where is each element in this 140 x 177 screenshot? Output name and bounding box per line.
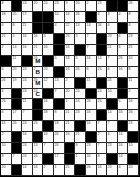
grid-cell-r11c3[interactable]: 7 — [22, 110, 33, 121]
cell-number: 16 — [1, 121, 5, 125]
grid-cell-r11c5[interactable]: 18 — [43, 110, 54, 121]
grid-cell-r11c7[interactable]: 21 — [65, 110, 76, 121]
grid-cell-r5c7[interactable]: 16 — [65, 45, 76, 56]
cell-number: 14 — [12, 45, 16, 49]
grid-cell-r5c3[interactable]: 16 — [22, 45, 33, 56]
cell-number: 22 — [65, 23, 69, 27]
grid-cell-r14c6[interactable]: 26 — [54, 143, 65, 154]
grid-cell-r2c7[interactable]: 14 — [65, 12, 76, 23]
cell-number: 24 — [97, 99, 101, 103]
cell-number: 11 — [12, 56, 16, 60]
cell-number: 8 — [1, 154, 3, 158]
grid-cell-r16c12[interactable]: 4 — [118, 165, 129, 176]
cell-number: 16 — [128, 99, 132, 103]
grid-cell-r7c12[interactable]: 16 — [118, 67, 129, 78]
cell-number: 7 — [54, 89, 56, 93]
cell-number: 6 — [1, 67, 3, 71]
cell-number: 24 — [22, 154, 26, 158]
grid-cell-r13c6[interactable]: 26 — [54, 132, 65, 143]
black-cell — [54, 99, 65, 110]
grid-cell-r1c13[interactable]: 26 — [128, 1, 139, 12]
cell-number: 7 — [12, 154, 14, 158]
cell-number: 6 — [1, 89, 3, 93]
grid-cell-r15c4[interactable]: 16 — [33, 154, 44, 165]
cell-number: 2 — [97, 132, 99, 136]
grid-cell-r11c12[interactable]: 16 — [118, 110, 129, 121]
cell-number: 5 — [75, 56, 77, 60]
cell-number: 2 — [65, 78, 67, 82]
cell-number: 24 — [75, 89, 79, 93]
black-cell — [128, 132, 139, 143]
cell-number: 1 — [54, 165, 56, 169]
black-cell — [75, 45, 86, 56]
grid-cell-r12c11[interactable]: 7 — [107, 121, 118, 132]
grid-cell-r16c4[interactable]: 16 — [33, 165, 44, 176]
grid-cell-r10c3[interactable]: 11 — [22, 99, 33, 110]
grid-cell-r14c5[interactable]: 7 — [43, 143, 54, 154]
cell-number: 23 — [65, 34, 69, 38]
cell-number: 1 — [65, 99, 67, 103]
cell-number: 16 — [97, 165, 101, 169]
grid-cell-r1c3[interactable]: 24 — [22, 1, 33, 12]
grid-cell-r9c4[interactable]: 24C — [33, 89, 44, 100]
black-cell — [65, 143, 76, 154]
black-cell — [118, 23, 129, 34]
grid-cell-r14c11[interactable]: 23 — [107, 143, 118, 154]
black-cell — [43, 121, 54, 132]
black-cell — [33, 23, 44, 34]
cell-number: 3 — [107, 12, 109, 16]
grid-cell-r9c13[interactable]: 2 — [128, 89, 139, 100]
cell-number: 16 — [22, 34, 26, 38]
grid-cell-r2c11[interactable]: 3 — [107, 12, 118, 23]
grid-cell-r2c2[interactable]: 25 — [12, 12, 23, 23]
grid-cell-r3c11[interactable]: 6 — [107, 23, 118, 34]
grid-cell-r13c10[interactable]: 2 — [97, 132, 108, 143]
grid-cell-r8c6[interactable]: 13 — [54, 78, 65, 89]
black-cell — [107, 1, 118, 12]
cell-number: 8 — [128, 67, 130, 71]
cell-number: 24 — [97, 67, 101, 71]
grid-cell-r6c13[interactable]: 10 — [128, 56, 139, 67]
grid-cell-r4c1[interactable]: 21 — [1, 34, 12, 45]
grid-cell-r8c11[interactable]: 24 — [107, 78, 118, 89]
grid-cell-r5c5[interactable]: 16 — [43, 45, 54, 56]
grid-cell-r15c1[interactable]: 8 — [1, 154, 12, 165]
cell-number: 4 — [107, 132, 109, 136]
cell-number: 26 — [54, 132, 58, 136]
cell-number: 16 — [65, 67, 69, 71]
grid-cell-r7c5[interactable]: 23 — [43, 67, 54, 78]
grid-cell-r14c8[interactable]: 8 — [75, 143, 86, 154]
grid-cell-r7c3[interactable]: 24 — [22, 67, 33, 78]
cell-number: 11 — [86, 78, 90, 82]
black-cell — [54, 67, 65, 78]
grid-cell-r16c11[interactable]: 23 — [107, 165, 118, 176]
cell-number: 21 — [65, 121, 69, 125]
cell-number: 18 — [65, 56, 69, 60]
grid-cell-r12c13[interactable]: 24 — [128, 121, 139, 132]
cell-number: 7 — [97, 143, 99, 147]
grid-cell-r6c2[interactable]: 11 — [12, 56, 23, 67]
cell-number: 21 — [33, 45, 37, 49]
grid-cell-r8c1[interactable]: 26 — [1, 78, 12, 89]
cell-number: 6 — [107, 23, 109, 27]
grid-cell-r13c3[interactable]: 16 — [22, 132, 33, 143]
cell-number: 7 — [22, 110, 24, 114]
black-cell — [12, 143, 23, 154]
grid-cell-r6c8[interactable]: 5 — [75, 56, 86, 67]
grid-cell-r8c4[interactable]: 26M — [33, 78, 44, 89]
cell-number: 4 — [97, 12, 99, 16]
grid-cell-r6c10[interactable]: 14 — [97, 56, 108, 67]
cell-number: 17 — [22, 12, 26, 16]
cell-number: 2 — [86, 1, 88, 5]
cell-letter: M — [35, 79, 41, 85]
cell-number: 14 — [86, 23, 90, 27]
grid-cell-r7c4[interactable]: 2B — [33, 67, 44, 78]
black-cell — [12, 1, 23, 12]
cell-number: 21 — [1, 34, 5, 38]
grid-cell-r13c1[interactable]: 2 — [1, 132, 12, 143]
grid-cell-r13c11[interactable]: 4 — [107, 132, 118, 143]
grid-cell-r7c1[interactable]: 6 — [1, 67, 12, 78]
black-cell — [75, 165, 86, 176]
grid-cell-r12c10[interactable]: 7 — [97, 121, 108, 132]
grid-cell-r11c11[interactable]: 14 — [107, 110, 118, 121]
cell-number: 23 — [97, 1, 101, 5]
cell-number: 20 — [86, 154, 90, 158]
grid-cell-r15c2[interactable]: 7 — [12, 154, 23, 165]
grid-cell-r4c12[interactable]: 6 — [118, 34, 129, 45]
grid-cell-r10c12[interactable]: 6 — [118, 99, 129, 110]
cell-number: 2 — [43, 165, 45, 169]
grid-cell-r9c7[interactable]: 20 — [65, 89, 76, 100]
black-cell — [43, 12, 54, 23]
grid-cell-r16c3[interactable]: 14 — [22, 165, 33, 176]
cell-number: 11 — [22, 23, 26, 27]
grid-cell-r1c5[interactable]: 24 — [43, 1, 54, 12]
grid-cell-r12c2[interactable]: 26 — [12, 121, 23, 132]
grid-cell-r7c7[interactable]: 16 — [65, 67, 76, 78]
grid-cell-r11c1[interactable]: 6 — [1, 110, 12, 121]
grid-cell-r11c8[interactable]: 23 — [75, 110, 86, 121]
cell-number: 10 — [128, 143, 132, 147]
grid-cell-r13c5[interactable]: 16 — [43, 132, 54, 143]
grid-cell-r9c1[interactable]: 6 — [1, 89, 12, 100]
cell-number: 16 — [86, 121, 90, 125]
grid-cell-r16c9[interactable]: 26 — [86, 165, 97, 176]
cell-number: 10 — [1, 143, 5, 147]
black-cell — [75, 78, 86, 89]
grid-cell-r5c11[interactable]: 21 — [107, 45, 118, 56]
cell-number: 10 — [128, 56, 132, 60]
grid-cell-r15c8[interactable]: 1 — [75, 154, 86, 165]
cell-number: 16 — [118, 143, 122, 147]
cell-number: 26 — [97, 23, 101, 27]
grid-cell-r4c5[interactable]: 3 — [43, 34, 54, 45]
grid-cell-r15c9[interactable]: 20 — [86, 154, 97, 165]
black-cell — [86, 12, 97, 23]
grid-cell-r4c9[interactable]: 7 — [86, 34, 97, 45]
cell-number: 8 — [12, 23, 14, 27]
grid-cell-r5c1[interactable]: 2 — [1, 45, 12, 56]
cell-number: 14 — [65, 12, 69, 16]
grid-cell-r12c9[interactable]: 16 — [86, 121, 97, 132]
cell-number: 20 — [1, 165, 5, 169]
black-cell — [54, 45, 65, 56]
grid-cell-r3c10[interactable]: 26 — [97, 23, 108, 34]
grid-cell-r3c13[interactable]: 6 — [128, 23, 139, 34]
cell-number: 6 — [118, 45, 120, 49]
grid-cell-r6c7[interactable]: 18 — [65, 56, 76, 67]
grid-cell-r3c8[interactable]: 13 — [75, 23, 86, 34]
grid-cell-r5c9[interactable]: 7 — [86, 45, 97, 56]
cell-number: 16 — [86, 110, 90, 114]
grid-cell-r9c6[interactable]: 7 — [54, 89, 65, 100]
grid-cell-r5c13[interactable]: 25 — [128, 45, 139, 56]
cell-number: 26 — [54, 143, 58, 147]
grid-cell-r4c8[interactable]: 5 — [75, 34, 86, 45]
cell-number: 26 — [75, 67, 79, 71]
grid-cell-r2c12[interactable]: 4 — [118, 12, 129, 23]
grid-cell-r3c9[interactable]: 14 — [86, 23, 97, 34]
grid-cell-r3c7[interactable]: 22 — [65, 23, 76, 34]
black-cell — [118, 1, 129, 12]
cell-number: 4 — [118, 165, 120, 169]
grid-cell-r4c7[interactable]: 23 — [65, 34, 76, 45]
grid-cell-r11c6[interactable]: 8 — [54, 110, 65, 121]
grid-cell-r11c9[interactable]: 16 — [86, 110, 97, 121]
grid-cell-r9c11[interactable]: 14 — [107, 89, 118, 100]
grid-cell-r8c5[interactable]: 12 — [43, 78, 54, 89]
grid-cell-r8c9[interactable]: 11 — [86, 78, 97, 89]
grid-cell-r14c12[interactable]: 16 — [118, 143, 129, 154]
grid-cell-r15c12[interactable]: 14 — [118, 154, 129, 165]
grid-cell-r2c13[interactable]: 8 — [128, 12, 139, 23]
grid-cell-r8c2[interactable]: 19 — [12, 78, 23, 89]
cell-number: 7 — [43, 143, 45, 147]
grid-cell-r3c6[interactable]: 4 — [54, 23, 65, 34]
grid-cell-r3c2[interactable]: 8 — [12, 23, 23, 34]
cell-number: 16 — [118, 110, 122, 114]
grid-cell-r12c1[interactable]: 16 — [1, 121, 12, 132]
cell-number: 26 — [33, 121, 37, 125]
grid-cell-r7c13[interactable]: 8 — [128, 67, 139, 78]
grid-cell-r7c9[interactable]: 6 — [86, 67, 97, 78]
grid-cell-r16c1[interactable]: 20 — [1, 165, 12, 176]
grid-cell-r1c1[interactable]: 8 — [1, 1, 12, 12]
grid-cell-r6c11[interactable]: 7 — [107, 56, 118, 67]
cell-number: 24 — [22, 1, 26, 5]
grid-cell-r8c13[interactable]: 11 — [128, 78, 139, 89]
grid-cell-r15c6[interactable]: 17 — [54, 154, 65, 165]
cell-number: 11 — [22, 99, 26, 103]
black-cell — [97, 34, 108, 45]
black-cell — [43, 56, 54, 67]
cell-number: 8 — [75, 143, 77, 147]
black-cell — [97, 78, 108, 89]
black-cell — [12, 89, 23, 100]
grid-cell-r13c12[interactable]: 14 — [118, 132, 129, 143]
grid-cell-r15c3[interactable]: 24 — [22, 154, 33, 165]
grid-cell-r10c10[interactable]: 24 — [97, 99, 108, 110]
cell-number: 26 — [1, 78, 5, 82]
cell-number: 1 — [75, 154, 77, 158]
cell-number: 23 — [43, 67, 47, 71]
black-cell — [128, 154, 139, 165]
grid-cell-r10c8[interactable]: 14 — [75, 99, 86, 110]
grid-cell-r7c10[interactable]: 24 — [97, 67, 108, 78]
cell-number: 8 — [128, 12, 130, 16]
grid-cell-r5c2[interactable]: 14 — [12, 45, 23, 56]
grid-cell-r16c10[interactable]: 16 — [97, 165, 108, 176]
grid-cell-r2c8[interactable]: 26 — [75, 12, 86, 23]
grid-cell-r4c13[interactable]: 23 — [128, 34, 139, 45]
cell-letter: C — [35, 90, 41, 96]
cell-number: 26 — [86, 165, 90, 169]
grid-cell-r10c9[interactable]: 26 — [86, 99, 97, 110]
black-cell — [33, 99, 44, 110]
black-cell — [33, 132, 44, 143]
cell-number: 4 — [107, 67, 109, 71]
cell-number: 7 — [86, 34, 88, 38]
grid-cell-r1c9[interactable]: 2 — [86, 1, 97, 12]
grid-cell-r16c6[interactable]: 1 — [54, 165, 65, 176]
grid-cell-r7c2[interactable]: 20 — [12, 67, 23, 78]
cell-number: 20 — [12, 67, 16, 71]
grid-cell-r9c8[interactable]: 24 — [75, 89, 86, 100]
grid-cell-r10c7[interactable]: 1 — [65, 99, 76, 110]
black-cell — [12, 99, 23, 110]
grid-cell-r14c3[interactable]: 24 — [22, 143, 33, 154]
grid-cell-r9c10[interactable]: 24 — [97, 89, 108, 100]
grid-cell-r14c4[interactable]: 13 — [33, 143, 44, 154]
black-cell — [1, 56, 12, 67]
cell-number: 20 — [33, 1, 37, 5]
cell-number: 16 — [118, 67, 122, 71]
grid-cell-r12c7[interactable]: 21 — [65, 121, 76, 132]
black-cell — [118, 89, 129, 100]
grid-cell-r6c9[interactable]: 16 — [86, 56, 97, 67]
cell-number: 19 — [12, 78, 16, 82]
grid-cell-r1c4[interactable]: 20 — [33, 1, 44, 12]
cell-number: 24 — [43, 1, 47, 5]
cell-number: 16 — [65, 132, 69, 136]
black-cell — [97, 45, 108, 56]
cell-number: 3 — [43, 34, 45, 38]
grid-cell-r12c3[interactable]: 24 — [22, 121, 33, 132]
grid-cell-r2c3[interactable]: 17 — [22, 12, 33, 23]
black-cell — [22, 56, 33, 67]
cell-number: 24 — [22, 143, 26, 147]
grid-cell-r10c1[interactable]: 26 — [1, 99, 12, 110]
grid-cell-r6c12[interactable]: 26 — [118, 56, 129, 67]
cell-number: 6 — [128, 23, 130, 27]
black-cell — [65, 154, 76, 165]
grid-cell-r6c4[interactable]: 26M — [33, 56, 44, 67]
grid-cell-r16c5[interactable]: 2 — [43, 165, 54, 176]
grid-cell-r10c5[interactable]: 16 — [43, 99, 54, 110]
grid-cell-r12c4[interactable]: 26 — [33, 121, 44, 132]
cell-number: 14 — [118, 154, 122, 158]
cell-number: 17 — [12, 110, 16, 114]
cell-number: 21 — [107, 45, 111, 49]
grid-cell-r2c1[interactable]: 18 — [1, 12, 12, 23]
grid-cell-r13c8[interactable]: 21 — [75, 132, 86, 143]
grid-cell-r14c1[interactable]: 10 — [1, 143, 12, 154]
cell-number: 18 — [54, 121, 58, 125]
grid-cell-r9c3[interactable]: 24 — [22, 89, 33, 100]
cell-number: 23 — [107, 143, 111, 147]
cell-number: 21 — [65, 165, 69, 169]
grid-cell-r4c3[interactable]: 16 — [22, 34, 33, 45]
grid-cell-r1c6[interactable]: 23 — [54, 1, 65, 12]
grid-cell-r3c3[interactable]: 11 — [22, 23, 33, 34]
cell-number: 24 — [22, 89, 26, 93]
codeword-board: 8242024239162232618251710142643486811422… — [0, 0, 140, 177]
grid-cell-r6c6[interactable]: 5 — [54, 56, 65, 67]
cell-number: 6 — [1, 23, 3, 27]
grid-cell-r8c7[interactable]: 2 — [65, 78, 76, 89]
cell-number: 16 — [43, 132, 47, 136]
grid-cell-r1c7[interactable]: 9 — [65, 1, 76, 12]
cell-number: 14 — [107, 89, 111, 93]
grid-cell-r15c10[interactable]: 8 — [97, 154, 108, 165]
cell-number: 16 — [86, 56, 90, 60]
grid-cell-r4c4[interactable]: 16 — [33, 34, 44, 45]
grid-cell-r7c11[interactable]: 4 — [107, 67, 118, 78]
cell-number: 23 — [128, 34, 132, 38]
cell-number: 25 — [128, 45, 132, 49]
cell-number: 18 — [1, 12, 5, 16]
grid-cell-r5c12[interactable]: 6 — [118, 45, 129, 56]
grid-cell-r14c10[interactable]: 7 — [97, 143, 108, 154]
cell-number: 6 — [118, 99, 120, 103]
black-cell — [43, 154, 54, 165]
black-cell — [12, 165, 23, 176]
cell-number: 14 — [97, 56, 101, 60]
grid-cell-r3c1[interactable]: 6 — [1, 23, 12, 34]
grid-cell-r16c13[interactable]: 20 — [128, 165, 139, 176]
cell-letter: M — [35, 58, 41, 64]
grid-cell-r13c7[interactable]: 16 — [65, 132, 76, 143]
grid-cell-r4c2[interactable]: 5 — [12, 34, 23, 45]
black-cell — [33, 110, 44, 121]
grid-cell-r11c13[interactable]: 26 — [128, 110, 139, 121]
grid-cell-r14c9[interactable]: 23 — [86, 143, 97, 154]
cell-number: 13 — [75, 23, 79, 27]
grid-cell-r1c8[interactable]: 16 — [75, 1, 86, 12]
grid-cell-r16c7[interactable]: 21 — [65, 165, 76, 176]
grid-cell-r11c2[interactable]: 17 — [12, 110, 23, 121]
grid-cell-r10c13[interactable]: 16 — [128, 99, 139, 110]
cell-number: 4 — [118, 12, 120, 16]
grid-cell-r7c8[interactable]: 26 — [75, 67, 86, 78]
cell-number: 5 — [75, 34, 77, 38]
cell-number: 26 — [1, 99, 5, 103]
grid-cell-r8c3[interactable]: 24 — [22, 78, 33, 89]
grid-cell-r2c10[interactable]: 4 — [97, 12, 108, 23]
black-cell — [86, 89, 97, 100]
grid-cell-r14c13[interactable]: 10 — [128, 143, 139, 154]
grid-cell-r2c6[interactable]: 10 — [54, 12, 65, 23]
grid-cell-r1c10[interactable]: 23 — [97, 1, 108, 12]
grid-cell-r12c6[interactable]: 18 — [54, 121, 65, 132]
grid-cell-r4c11[interactable]: 23 — [107, 34, 118, 45]
cell-number: 21 — [75, 132, 79, 136]
grid-cell-r5c4[interactable]: 21 — [33, 45, 44, 56]
